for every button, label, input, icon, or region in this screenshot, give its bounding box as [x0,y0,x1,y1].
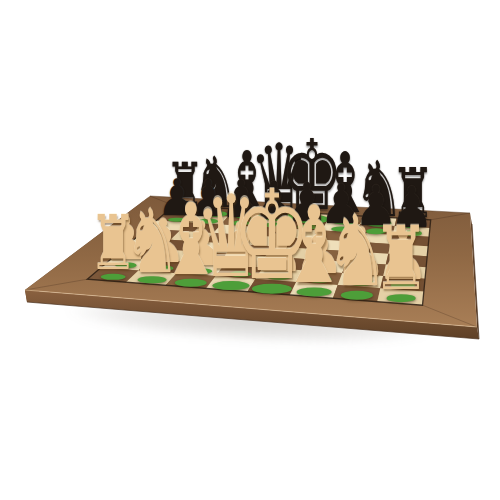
chess-set-photo: ♜♞♝♛♚♝♞♜♟♟♟♟♟♟♟♟♟♟♟♟♟♟♟♟♜♞♝♛♚♝♞♜ [0,0,500,500]
pieces-layer: ♜♞♝♛♚♝♞♜♟♟♟♟♟♟♟♟♟♟♟♟♟♟♟♟♜♞♝♛♚♝♞♜ [0,0,500,500]
piece-white-rook-h1[interactable]: ♜ [372,216,429,304]
